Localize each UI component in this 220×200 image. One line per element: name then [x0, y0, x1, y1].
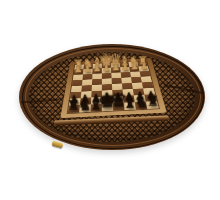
square-d1[interactable]: ♛ [111, 63, 120, 68]
square-e1[interactable]: ♚ [102, 63, 111, 68]
square-c3[interactable] [121, 72, 131, 78]
square-e4[interactable] [102, 78, 112, 84]
white-king[interactable]: ♚ [98, 51, 114, 68]
square-c2[interactable]: ♟ [120, 67, 130, 73]
white-pawn[interactable]: ♟ [83, 65, 92, 75]
square-b4[interactable] [131, 77, 142, 83]
black-rook[interactable]: ♜ [146, 95, 159, 109]
square-c4[interactable] [121, 77, 132, 83]
square-b1[interactable]: ♞ [129, 62, 139, 67]
white-pawn[interactable]: ♟ [102, 64, 111, 74]
square-b2[interactable]: ♟ [129, 66, 139, 72]
square-h3[interactable] [73, 74, 83, 80]
square-d2[interactable]: ♟ [111, 67, 121, 73]
square-g4[interactable] [82, 79, 92, 85]
white-pawn[interactable]: ♟ [140, 62, 149, 72]
chess-board-grid: ♜♞♝♚♛♝♞♜♟♟♟♟♟♟♟♟♟♟♟♟♟♟♟♟♜♞♝♚♛♝♞♜ [68, 61, 159, 113]
white-pawn[interactable]: ♟ [74, 65, 83, 75]
white-bishop[interactable]: ♝ [118, 54, 130, 67]
square-a8[interactable]: ♜ [146, 101, 159, 109]
square-g1[interactable]: ♞ [84, 64, 93, 69]
white-pawn[interactable]: ♟ [111, 63, 120, 73]
square-a4[interactable] [141, 76, 152, 82]
square-f4[interactable] [92, 79, 102, 85]
square-f2[interactable]: ♟ [92, 68, 101, 74]
square-d4[interactable] [112, 78, 122, 84]
white-queen[interactable]: ♛ [108, 52, 123, 68]
white-pawn[interactable]: ♟ [92, 64, 101, 74]
board-rotation-wrapper: ♜♞♝♚♛♝♞♜♟♟♟♟♟♟♟♟♟♟♟♟♟♟♟♟♜♞♝♚♛♝♞♜ [54, 45, 170, 127]
white-pawn[interactable]: ♟ [130, 62, 139, 72]
white-bishop[interactable]: ♝ [91, 55, 103, 68]
product-photo-stage: ♜♞♝♚♛♝♞♜♟♟♟♟♟♟♟♟♟♟♟♟♟♟♟♟♜♞♝♚♛♝♞♜ [0, 0, 220, 200]
square-f3[interactable] [92, 73, 102, 79]
square-f1[interactable]: ♝ [93, 64, 102, 69]
square-g2[interactable]: ♟ [83, 69, 93, 75]
white-rook[interactable]: ♜ [73, 58, 83, 70]
square-h1[interactable]: ♜ [74, 64, 84, 69]
white-knight[interactable]: ♞ [82, 57, 93, 69]
white-knight[interactable]: ♞ [128, 54, 139, 66]
square-a3[interactable] [140, 71, 151, 77]
white-rook[interactable]: ♜ [138, 55, 148, 67]
square-e2[interactable]: ♟ [102, 68, 111, 74]
square-b3[interactable] [130, 71, 141, 77]
square-a1[interactable]: ♜ [138, 61, 148, 66]
square-a2[interactable]: ♟ [139, 66, 149, 72]
square-h4[interactable] [72, 80, 83, 86]
chess-board-scene: ♜♞♝♚♛♝♞♜♟♟♟♟♟♟♟♟♟♟♟♟♟♟♟♟♜♞♝♚♛♝♞♜ [56, 48, 168, 124]
square-g3[interactable] [83, 74, 93, 80]
chess-board-frame: ♜♞♝♚♛♝♞♜♟♟♟♟♟♟♟♟♟♟♟♟♟♟♟♟♜♞♝♚♛♝♞♜ [60, 58, 167, 118]
square-c1[interactable]: ♝ [120, 62, 130, 67]
square-b8[interactable]: ♞ [135, 102, 147, 110]
square-e3[interactable] [102, 73, 112, 79]
square-d3[interactable] [111, 72, 121, 78]
white-pawn[interactable]: ♟ [121, 63, 130, 73]
square-h2[interactable]: ♟ [74, 69, 84, 75]
